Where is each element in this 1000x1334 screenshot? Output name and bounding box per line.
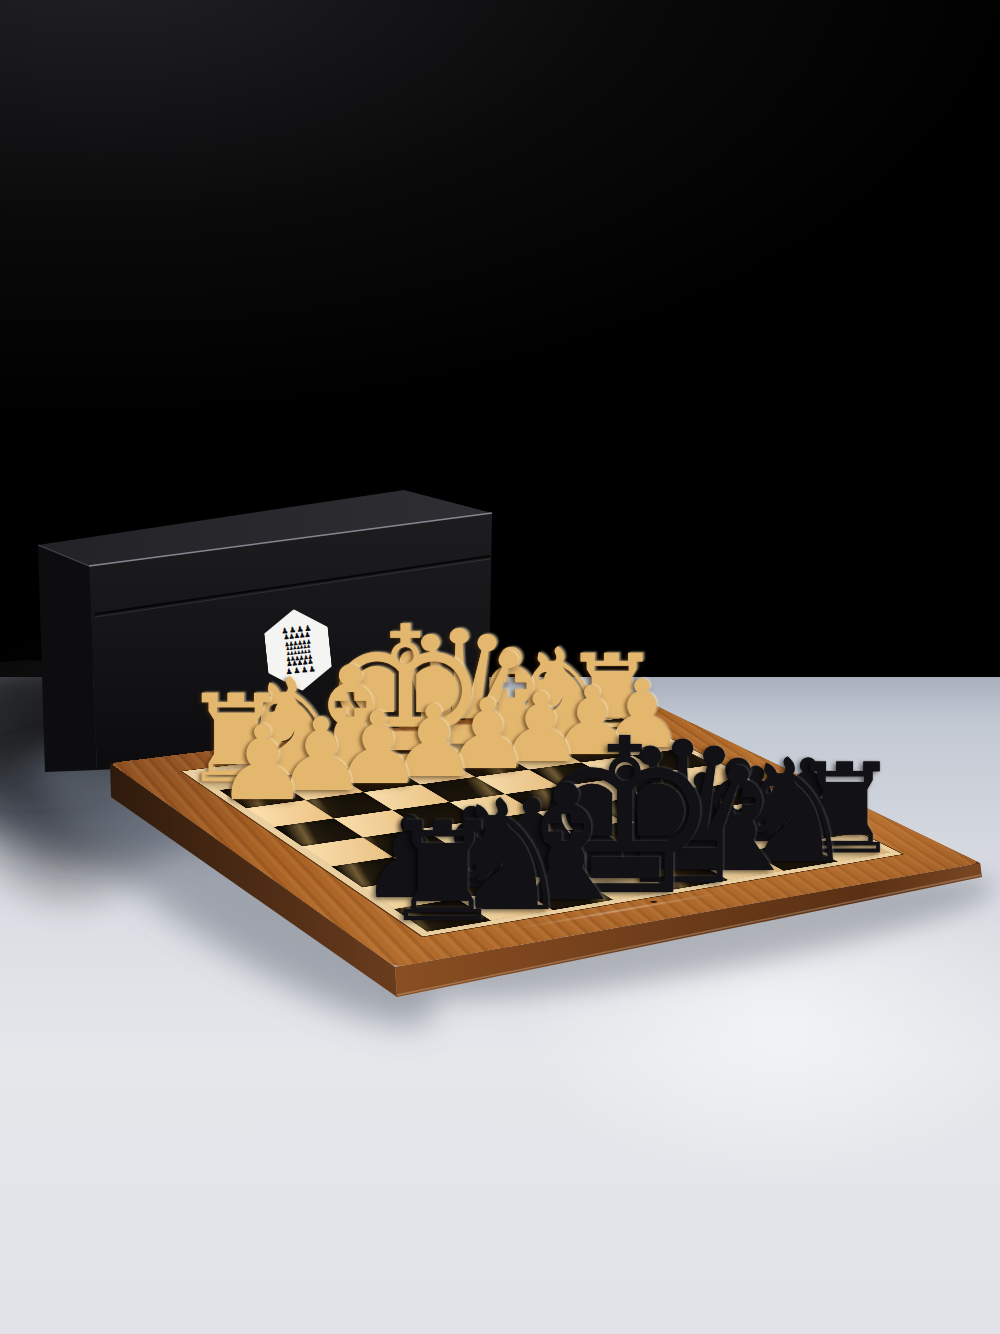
product-photo-scene: ♟ ♟ ♟ ♟♟♟♟♟♟♟♟♟♟♟♟♟♟♟♟♟♟♟♟♟♟♟♟♟♟♟♟♟♟♟♟♟♟…: [0, 0, 1000, 1334]
piece-white-pawn-h2[interactable]: ♟: [216, 712, 308, 815]
box-left-face: [38, 545, 97, 772]
piece-black-rook-h8[interactable]: ♜: [381, 804, 504, 941]
